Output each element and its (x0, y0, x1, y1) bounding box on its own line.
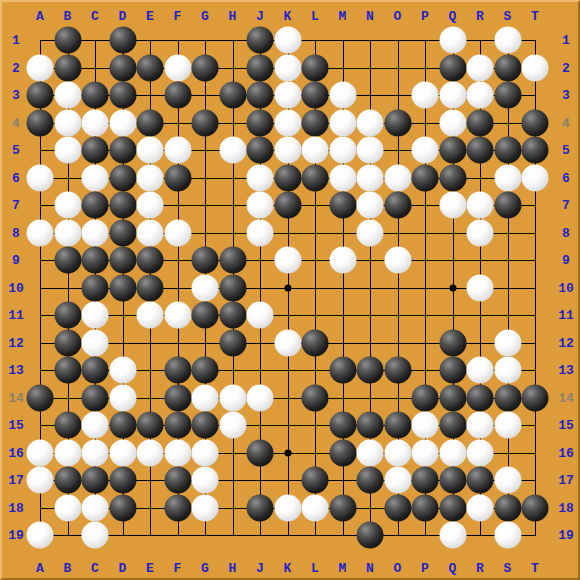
black-stone-A3[interactable] (27, 82, 54, 109)
black-stone-H12[interactable] (219, 329, 246, 356)
row-label-right: 18 (558, 501, 574, 514)
white-stone-N16[interactable] (357, 439, 384, 466)
black-stone-C14[interactable] (82, 384, 109, 411)
black-stone-L17[interactable] (302, 467, 329, 494)
black-stone-E9[interactable] (137, 247, 164, 274)
row-label-left: 17 (8, 474, 24, 487)
black-stone-H9[interactable] (219, 247, 246, 274)
white-stone-E11[interactable] (137, 302, 164, 329)
black-stone-S14[interactable] (494, 384, 521, 411)
row-label-left: 2 (12, 61, 20, 74)
star-point (284, 284, 291, 291)
white-stone-A17[interactable] (27, 467, 54, 494)
white-stone-A6[interactable] (27, 164, 54, 191)
column-label-bottom: O (394, 562, 402, 575)
white-stone-S15[interactable] (494, 412, 521, 439)
column-label-bottom: K (284, 562, 292, 575)
black-stone-Q18[interactable] (439, 494, 466, 521)
white-stone-S1[interactable] (494, 27, 521, 54)
white-stone-Q4[interactable] (439, 109, 466, 136)
row-label-right: 12 (558, 336, 574, 349)
black-stone-H11[interactable] (219, 302, 246, 329)
black-stone-B1[interactable] (54, 27, 81, 54)
black-stone-P6[interactable] (412, 164, 439, 191)
white-stone-O9[interactable] (384, 247, 411, 274)
white-stone-Q7[interactable] (439, 192, 466, 219)
white-stone-S17[interactable] (494, 467, 521, 494)
white-stone-T2[interactable] (522, 54, 549, 81)
white-stone-R18[interactable] (467, 494, 494, 521)
black-stone-C7[interactable] (82, 192, 109, 219)
black-stone-G9[interactable] (192, 247, 219, 274)
white-stone-N7[interactable] (357, 192, 384, 219)
white-stone-K5[interactable] (274, 137, 301, 164)
black-stone-B17[interactable] (54, 467, 81, 494)
column-label-top: H (229, 10, 237, 23)
black-stone-S7[interactable] (494, 192, 521, 219)
row-label-left: 15 (8, 419, 24, 432)
white-stone-H15[interactable] (219, 412, 246, 439)
black-stone-E10[interactable] (137, 274, 164, 301)
white-stone-A19[interactable] (27, 522, 54, 549)
black-stone-A14[interactable] (27, 384, 54, 411)
black-stone-L6[interactable] (302, 164, 329, 191)
black-stone-C13[interactable] (82, 357, 109, 384)
black-stone-Q12[interactable] (439, 329, 466, 356)
column-label-top: S (504, 10, 512, 23)
black-stone-D3[interactable] (109, 82, 136, 109)
black-stone-M13[interactable] (329, 357, 356, 384)
white-stone-B7[interactable] (54, 192, 81, 219)
black-stone-J4[interactable] (247, 109, 274, 136)
column-label-bottom: F (174, 562, 182, 575)
black-stone-F17[interactable] (164, 467, 191, 494)
column-label-bottom: B (64, 562, 72, 575)
row-label-left: 9 (12, 254, 20, 267)
row-label-left: 6 (12, 171, 20, 184)
column-label-top: D (119, 10, 127, 23)
column-label-bottom: Q (449, 562, 457, 575)
white-stone-N6[interactable] (357, 164, 384, 191)
column-label-top: M (339, 10, 347, 23)
black-stone-A4[interactable] (27, 109, 54, 136)
white-stone-A2[interactable] (27, 54, 54, 81)
white-stone-B18[interactable] (54, 494, 81, 521)
white-stone-C4[interactable] (82, 109, 109, 136)
row-label-right: 14 (558, 391, 574, 404)
white-stone-K12[interactable] (274, 329, 301, 356)
row-label-right: 6 (562, 171, 570, 184)
column-label-bottom: S (504, 562, 512, 575)
white-stone-C6[interactable] (82, 164, 109, 191)
column-label-bottom: P (421, 562, 429, 575)
black-stone-D18[interactable] (109, 494, 136, 521)
black-stone-Q13[interactable] (439, 357, 466, 384)
row-label-left: 11 (8, 309, 24, 322)
white-stone-E6[interactable] (137, 164, 164, 191)
column-label-bottom: M (339, 562, 347, 575)
white-stone-A16[interactable] (27, 439, 54, 466)
white-stone-R15[interactable] (467, 412, 494, 439)
white-stone-N8[interactable] (357, 219, 384, 246)
black-stone-K6[interactable] (274, 164, 301, 191)
black-stone-P18[interactable] (412, 494, 439, 521)
black-stone-G13[interactable] (192, 357, 219, 384)
white-stone-L18[interactable] (302, 494, 329, 521)
black-stone-T18[interactable] (522, 494, 549, 521)
column-label-top: N (366, 10, 374, 23)
black-stone-S18[interactable] (494, 494, 521, 521)
column-label-bottom: C (91, 562, 99, 575)
white-stone-Q16[interactable] (439, 439, 466, 466)
white-stone-K9[interactable] (274, 247, 301, 274)
star-point (449, 284, 456, 291)
column-label-top: O (394, 10, 402, 23)
white-stone-E5[interactable] (137, 137, 164, 164)
white-stone-H14[interactable] (219, 384, 246, 411)
black-stone-Q6[interactable] (439, 164, 466, 191)
black-stone-R4[interactable] (467, 109, 494, 136)
black-stone-M18[interactable] (329, 494, 356, 521)
black-stone-D7[interactable] (109, 192, 136, 219)
black-stone-O7[interactable] (384, 192, 411, 219)
black-stone-B11[interactable] (54, 302, 81, 329)
white-stone-B4[interactable] (54, 109, 81, 136)
white-stone-P3[interactable] (412, 82, 439, 109)
white-stone-G14[interactable] (192, 384, 219, 411)
white-stone-R13[interactable] (467, 357, 494, 384)
white-stone-C19[interactable] (82, 522, 109, 549)
white-stone-F8[interactable] (164, 219, 191, 246)
column-label-bottom: D (119, 562, 127, 575)
black-stone-R17[interactable] (467, 467, 494, 494)
white-stone-P16[interactable] (412, 439, 439, 466)
white-stone-C18[interactable] (82, 494, 109, 521)
white-stone-R10[interactable] (467, 274, 494, 301)
black-stone-M16[interactable] (329, 439, 356, 466)
black-stone-J3[interactable] (247, 82, 274, 109)
white-stone-J14[interactable] (247, 384, 274, 411)
star-point (284, 449, 291, 456)
black-stone-Q2[interactable] (439, 54, 466, 81)
white-stone-N4[interactable] (357, 109, 384, 136)
black-stone-J16[interactable] (247, 439, 274, 466)
column-label-bottom: H (229, 562, 237, 575)
white-stone-B16[interactable] (54, 439, 81, 466)
column-label-bottom: T (531, 562, 539, 575)
black-stone-H10[interactable] (219, 274, 246, 301)
black-stone-B13[interactable] (54, 357, 81, 384)
white-stone-R7[interactable] (467, 192, 494, 219)
white-stone-D4[interactable] (109, 109, 136, 136)
white-stone-Q3[interactable] (439, 82, 466, 109)
black-stone-Q15[interactable] (439, 412, 466, 439)
black-stone-J5[interactable] (247, 137, 274, 164)
column-label-top: G (201, 10, 209, 23)
white-stone-K4[interactable] (274, 109, 301, 136)
black-stone-L2[interactable] (302, 54, 329, 81)
black-stone-T5[interactable] (522, 137, 549, 164)
white-stone-C8[interactable] (82, 219, 109, 246)
black-stone-O13[interactable] (384, 357, 411, 384)
black-stone-O15[interactable] (384, 412, 411, 439)
white-stone-C11[interactable] (82, 302, 109, 329)
row-label-right: 11 (558, 309, 574, 322)
black-stone-O18[interactable] (384, 494, 411, 521)
black-stone-C10[interactable] (82, 274, 109, 301)
white-stone-B8[interactable] (54, 219, 81, 246)
row-label-right: 9 (562, 254, 570, 267)
black-stone-D1[interactable] (109, 27, 136, 54)
row-label-left: 8 (12, 226, 20, 239)
white-stone-R3[interactable] (467, 82, 494, 109)
white-stone-M4[interactable] (329, 109, 356, 136)
black-stone-F6[interactable] (164, 164, 191, 191)
white-stone-J6[interactable] (247, 164, 274, 191)
white-stone-F16[interactable] (164, 439, 191, 466)
go-board-window: AABBCCDDEEFFGGHHJJKKLLMMNNOOPPQQRRSSTT11… (0, 0, 580, 580)
black-stone-D15[interactable] (109, 412, 136, 439)
black-stone-F15[interactable] (164, 412, 191, 439)
white-stone-S19[interactable] (494, 522, 521, 549)
black-stone-L12[interactable] (302, 329, 329, 356)
white-stone-O6[interactable] (384, 164, 411, 191)
column-label-bottom: L (311, 562, 319, 575)
black-stone-B15[interactable] (54, 412, 81, 439)
black-stone-N13[interactable] (357, 357, 384, 384)
column-label-bottom: N (366, 562, 374, 575)
white-stone-S13[interactable] (494, 357, 521, 384)
black-stone-D10[interactable] (109, 274, 136, 301)
black-stone-K7[interactable] (274, 192, 301, 219)
black-stone-J2[interactable] (247, 54, 274, 81)
white-stone-Q19[interactable] (439, 522, 466, 549)
black-stone-D5[interactable] (109, 137, 136, 164)
white-stone-D16[interactable] (109, 439, 136, 466)
white-stone-S12[interactable] (494, 329, 521, 356)
row-label-left: 10 (8, 281, 24, 294)
black-stone-G4[interactable] (192, 109, 219, 136)
white-stone-M5[interactable] (329, 137, 356, 164)
white-stone-J8[interactable] (247, 219, 274, 246)
white-stone-M6[interactable] (329, 164, 356, 191)
white-stone-B5[interactable] (54, 137, 81, 164)
row-label-left: 7 (12, 199, 20, 212)
row-label-left: 5 (12, 144, 20, 157)
column-label-top: C (91, 10, 99, 23)
column-label-top: F (174, 10, 182, 23)
black-stone-D9[interactable] (109, 247, 136, 274)
column-label-top: P (421, 10, 429, 23)
white-stone-Q1[interactable] (439, 27, 466, 54)
white-stone-R2[interactable] (467, 54, 494, 81)
white-stone-N5[interactable] (357, 137, 384, 164)
black-stone-C3[interactable] (82, 82, 109, 109)
white-stone-C16[interactable] (82, 439, 109, 466)
row-label-left: 1 (12, 34, 20, 47)
row-label-left: 4 (12, 116, 20, 129)
black-stone-N15[interactable] (357, 412, 384, 439)
black-stone-T4[interactable] (522, 109, 549, 136)
black-stone-B12[interactable] (54, 329, 81, 356)
black-stone-S3[interactable] (494, 82, 521, 109)
column-label-bottom: E (146, 562, 154, 575)
black-stone-P17[interactable] (412, 467, 439, 494)
black-stone-Q17[interactable] (439, 467, 466, 494)
black-stone-E15[interactable] (137, 412, 164, 439)
black-stone-D2[interactable] (109, 54, 136, 81)
white-stone-F2[interactable] (164, 54, 191, 81)
column-label-bottom: G (201, 562, 209, 575)
black-stone-T14[interactable] (522, 384, 549, 411)
column-label-top: K (284, 10, 292, 23)
column-label-top: J (256, 10, 264, 23)
black-stone-S2[interactable] (494, 54, 521, 81)
white-stone-K3[interactable] (274, 82, 301, 109)
black-stone-O4[interactable] (384, 109, 411, 136)
column-label-top: T (531, 10, 539, 23)
black-stone-L3[interactable] (302, 82, 329, 109)
row-label-right: 15 (558, 419, 574, 432)
black-stone-D17[interactable] (109, 467, 136, 494)
row-label-left: 3 (12, 89, 20, 102)
white-stone-M9[interactable] (329, 247, 356, 274)
white-stone-E7[interactable] (137, 192, 164, 219)
white-stone-G18[interactable] (192, 494, 219, 521)
white-stone-O17[interactable] (384, 467, 411, 494)
white-stone-B3[interactable] (54, 82, 81, 109)
column-label-bottom: J (256, 562, 264, 575)
row-label-right: 5 (562, 144, 570, 157)
row-label-left: 13 (8, 364, 24, 377)
black-stone-E4[interactable] (137, 109, 164, 136)
white-stone-J11[interactable] (247, 302, 274, 329)
black-stone-C17[interactable] (82, 467, 109, 494)
row-label-left: 18 (8, 501, 24, 514)
black-stone-N17[interactable] (357, 467, 384, 494)
black-stone-D8[interactable] (109, 219, 136, 246)
black-stone-R5[interactable] (467, 137, 494, 164)
row-label-left: 19 (8, 529, 24, 542)
white-stone-R8[interactable] (467, 219, 494, 246)
black-stone-J1[interactable] (247, 27, 274, 54)
black-stone-M15[interactable] (329, 412, 356, 439)
black-stone-B9[interactable] (54, 247, 81, 274)
row-label-left: 16 (8, 446, 24, 459)
white-stone-F11[interactable] (164, 302, 191, 329)
black-stone-D6[interactable] (109, 164, 136, 191)
column-label-top: R (476, 10, 484, 23)
black-stone-F13[interactable] (164, 357, 191, 384)
black-stone-P14[interactable] (412, 384, 439, 411)
white-stone-H5[interactable] (219, 137, 246, 164)
white-stone-K2[interactable] (274, 54, 301, 81)
row-label-right: 1 (562, 34, 570, 47)
white-stone-E8[interactable] (137, 219, 164, 246)
black-stone-F18[interactable] (164, 494, 191, 521)
row-label-right: 17 (558, 474, 574, 487)
column-label-bottom: A (36, 562, 44, 575)
black-stone-G15[interactable] (192, 412, 219, 439)
column-label-top: L (311, 10, 319, 23)
row-label-right: 13 (558, 364, 574, 377)
column-label-top: B (64, 10, 72, 23)
black-stone-R14[interactable] (467, 384, 494, 411)
black-stone-M7[interactable] (329, 192, 356, 219)
grid-line-horizontal (40, 315, 536, 316)
white-stone-F5[interactable] (164, 137, 191, 164)
white-stone-D14[interactable] (109, 384, 136, 411)
column-label-top: A (36, 10, 44, 23)
white-stone-C15[interactable] (82, 412, 109, 439)
white-stone-L5[interactable] (302, 137, 329, 164)
column-label-top: E (146, 10, 154, 23)
white-stone-K18[interactable] (274, 494, 301, 521)
white-stone-T6[interactable] (522, 164, 549, 191)
black-stone-Q14[interactable] (439, 384, 466, 411)
row-label-left: 12 (8, 336, 24, 349)
black-stone-H3[interactable] (219, 82, 246, 109)
white-stone-G17[interactable] (192, 467, 219, 494)
black-stone-N19[interactable] (357, 522, 384, 549)
black-stone-C9[interactable] (82, 247, 109, 274)
white-stone-G10[interactable] (192, 274, 219, 301)
black-stone-J18[interactable] (247, 494, 274, 521)
black-stone-B2[interactable] (54, 54, 81, 81)
row-label-right: 7 (562, 199, 570, 212)
white-stone-J7[interactable] (247, 192, 274, 219)
black-stone-E2[interactable] (137, 54, 164, 81)
white-stone-D13[interactable] (109, 357, 136, 384)
white-stone-S6[interactable] (494, 164, 521, 191)
row-label-right: 16 (558, 446, 574, 459)
row-label-right: 8 (562, 226, 570, 239)
black-stone-L4[interactable] (302, 109, 329, 136)
white-stone-O16[interactable] (384, 439, 411, 466)
white-stone-E16[interactable] (137, 439, 164, 466)
white-stone-R16[interactable] (467, 439, 494, 466)
white-stone-P5[interactable] (412, 137, 439, 164)
white-stone-C12[interactable] (82, 329, 109, 356)
white-stone-A8[interactable] (27, 219, 54, 246)
column-label-bottom: R (476, 562, 484, 575)
black-stone-F3[interactable] (164, 82, 191, 109)
black-stone-F14[interactable] (164, 384, 191, 411)
row-label-right: 19 (558, 529, 574, 542)
black-stone-S5[interactable] (494, 137, 521, 164)
grid-line-vertical (508, 40, 509, 536)
white-stone-M3[interactable] (329, 82, 356, 109)
white-stone-P15[interactable] (412, 412, 439, 439)
black-stone-Q5[interactable] (439, 137, 466, 164)
black-stone-G2[interactable] (192, 54, 219, 81)
black-stone-C5[interactable] (82, 137, 109, 164)
row-label-right: 2 (562, 61, 570, 74)
black-stone-L14[interactable] (302, 384, 329, 411)
row-label-left: 14 (8, 391, 24, 404)
white-stone-G16[interactable] (192, 439, 219, 466)
row-label-right: 4 (562, 116, 570, 129)
row-label-right: 3 (562, 89, 570, 102)
row-label-right: 10 (558, 281, 574, 294)
black-stone-G11[interactable] (192, 302, 219, 329)
white-stone-K1[interactable] (274, 27, 301, 54)
column-label-top: Q (449, 10, 457, 23)
